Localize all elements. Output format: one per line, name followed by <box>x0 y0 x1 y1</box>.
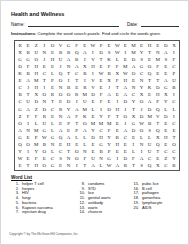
grid-cell: Q <box>16 141 24 148</box>
grid-cell: E <box>24 42 32 49</box>
grid-cell: W <box>138 120 146 127</box>
grid-cell: R <box>16 42 24 49</box>
grid-cell: O <box>57 91 65 98</box>
grid-cell: E <box>146 91 154 98</box>
grid-cell: T <box>113 84 121 91</box>
grid-cell: T <box>170 134 178 141</box>
grid-cell: C <box>57 148 65 155</box>
grid-cell: E <box>57 162 65 169</box>
grid-cell: F <box>24 63 32 70</box>
grid-cell: H <box>146 42 154 49</box>
date-blank-line <box>141 22 179 27</box>
grid-cell: H <box>162 134 170 141</box>
grid-cell: H <box>97 134 105 141</box>
grid-cell: C <box>48 155 56 162</box>
grid-cell: O <box>138 98 146 105</box>
grid-cell: I <box>24 148 32 155</box>
grid-cell: O <box>32 56 40 63</box>
grid-cell: E <box>73 84 81 91</box>
grid-cell: C <box>170 148 178 155</box>
grid-cell: E <box>162 141 170 148</box>
grid-cell: M <box>32 77 40 84</box>
grid-cell: C <box>146 155 154 162</box>
instructions-text: Complete the word search puzzle. Find an… <box>38 31 161 36</box>
grid-cell: S <box>105 49 113 56</box>
grid-cell: T <box>81 162 89 169</box>
grid-cell: S <box>57 155 65 162</box>
grid-cell: E <box>89 113 97 120</box>
grid-cell: A <box>121 127 129 134</box>
grid-cell: O <box>146 63 154 70</box>
grid-cell: L <box>81 141 89 148</box>
grid-cell: W <box>89 42 97 49</box>
grid-cell: C <box>121 134 129 141</box>
grid-cell: Y <box>162 98 170 105</box>
grid-cell: T <box>24 162 32 169</box>
grid-cell: W <box>113 49 121 56</box>
word-list-title: Word List <box>11 175 32 180</box>
grid-cell: C <box>129 91 137 98</box>
grid-cell: H <box>154 91 162 98</box>
grid-cell: A <box>105 91 113 98</box>
grid-cell: G <box>65 42 73 49</box>
grid-cell: W <box>16 155 24 162</box>
grid-cell: B <box>57 49 65 56</box>
grid-cell: P <box>65 120 73 127</box>
grid-cell: E <box>57 98 65 105</box>
grid-cell: Z <box>32 105 40 112</box>
grid-cell: F <box>24 113 32 120</box>
grid-cell: O <box>48 42 56 49</box>
grid-cell: E <box>138 42 146 49</box>
name-label: Name: <box>11 22 25 27</box>
grid-cell: E <box>121 148 129 155</box>
grid-cell: O <box>65 91 73 98</box>
grid-cell: J <box>24 84 32 91</box>
grid-cell: B <box>73 56 81 63</box>
grid-cell: F <box>105 113 113 120</box>
grid-cell: T <box>48 98 56 105</box>
grid-cell: E <box>121 141 129 148</box>
grid-cell: E <box>48 84 56 91</box>
grid-cell: E <box>154 155 162 162</box>
grid-cell: T <box>40 77 48 84</box>
grid-cell: E <box>170 127 178 134</box>
grid-cell: Y <box>170 155 178 162</box>
grid-cell: K <box>81 113 89 120</box>
grid-cell: N <box>129 84 137 91</box>
grid-cell: M <box>81 105 89 112</box>
grid-cell: X <box>113 70 121 77</box>
worksheet-page: Health and Wellness Name: Date: Instruct… <box>0 0 189 245</box>
grid-cell: C <box>16 84 24 91</box>
grid-cell: G <box>16 134 24 141</box>
word-list-item: 20.AIDS <box>131 206 183 211</box>
grid-cell: I <box>81 77 89 84</box>
grid-cell: C <box>97 127 105 134</box>
grid-cell: F <box>105 127 113 134</box>
grid-cell: Q <box>154 105 162 112</box>
grid-cell: Q <box>154 127 162 134</box>
grid-cell: L <box>162 105 170 112</box>
grid-cell: U <box>89 155 97 162</box>
grid-cell: Z <box>16 113 24 120</box>
grid-cell: R <box>81 84 89 91</box>
grid-cell: L <box>89 105 97 112</box>
grid-cell: P <box>154 98 162 105</box>
grid-cell: N <box>48 141 56 148</box>
grid-cell: K <box>105 56 113 63</box>
word-text: chancre <box>88 210 102 215</box>
grid-cell: I <box>24 120 32 127</box>
grid-cell: M <box>154 56 162 63</box>
grid-cell: E <box>24 155 32 162</box>
grid-cell: L <box>32 120 40 127</box>
grid-cell: Z <box>162 155 170 162</box>
grid-cell: E <box>97 84 105 91</box>
word-list-column: 8.condoms9.STD10.lice11.genital warts12.… <box>77 182 131 215</box>
grid-cell: I <box>89 70 97 77</box>
grid-cell: R <box>121 162 129 169</box>
grid-cell: A <box>81 49 89 56</box>
grid-cell: L <box>81 134 89 141</box>
word-list-item: 7.injection drug <box>11 210 77 215</box>
grid-cell: V <box>89 84 97 91</box>
grid-cell: E <box>97 77 105 84</box>
grid-cell: E <box>129 77 137 84</box>
grid-cell: U <box>24 98 32 105</box>
grid-cell: E <box>162 120 170 127</box>
grid-cell: I <box>65 77 73 84</box>
grid-cell: X <box>129 113 137 120</box>
grid-cell: W <box>40 134 48 141</box>
grid-cell: X <box>16 49 24 56</box>
grid-cell: M <box>32 141 40 148</box>
grid-cell: A <box>113 162 121 169</box>
grid-cell: E <box>81 42 89 49</box>
grid-cell: Y <box>97 113 105 120</box>
grid-cell: G <box>16 105 24 112</box>
grid-cell: F <box>73 113 81 120</box>
grid-cell: I <box>170 91 178 98</box>
grid-cell: D <box>105 105 113 112</box>
grid-cell: O <box>81 120 89 127</box>
grid-cell: B <box>40 141 48 148</box>
grid-cell: X <box>32 91 40 98</box>
grid-cell: T <box>146 77 154 84</box>
word-list-column: 15.pubic lice16.B cell17.pathogen18.gono… <box>131 182 183 215</box>
grid-cell: S <box>138 56 146 63</box>
grid-cell: U <box>40 120 48 127</box>
grid-cell: E <box>57 141 65 148</box>
grid-cell: D <box>129 127 137 134</box>
grid-cell: Q <box>57 134 65 141</box>
grid-cell: O <box>24 141 32 148</box>
word-text: AIDS <box>142 206 151 211</box>
grid-cell: A <box>16 127 24 134</box>
grid-cell: D <box>40 105 48 112</box>
grid-cell: S <box>162 56 170 63</box>
grid-cell: W <box>121 70 129 77</box>
grid-cell: N <box>57 84 65 91</box>
grid-cell: L <box>48 120 56 127</box>
grid-cell: P <box>170 70 178 77</box>
word-search-grid: REZIOVGFEWPEWEMEHEDXXBUNEBBQAIDSWIMYTNAI… <box>14 40 180 171</box>
grid-cell: X <box>81 63 89 70</box>
grid-cell: L <box>48 127 56 134</box>
grid-cell: A <box>121 91 129 98</box>
grid-cell: O <box>57 77 65 84</box>
grid-cell: G <box>24 56 32 63</box>
grid-cell: H <box>32 63 40 70</box>
grid-cell: V <box>89 77 97 84</box>
grid-cell: T <box>73 77 81 84</box>
grid-cell: H <box>65 141 73 148</box>
grid-cell: B <box>170 162 178 169</box>
grid-cell: I <box>40 42 48 49</box>
grid-cell: N <box>24 127 32 134</box>
grid-cell: D <box>129 56 137 63</box>
grid-cell: I <box>113 98 121 105</box>
grid-cell: L <box>97 162 105 169</box>
grid-cell: N <box>65 63 73 70</box>
grid-cell: U <box>32 49 40 56</box>
grid-cell: P <box>97 42 105 49</box>
grid-cell: T <box>97 56 105 63</box>
grid-cell: E <box>154 70 162 77</box>
grid-cell: Y <box>138 84 146 91</box>
grid-cell: Y <box>89 127 97 134</box>
grid-cell: D <box>32 98 40 105</box>
grid-cell: A <box>162 49 170 56</box>
grid-cell: D <box>121 155 129 162</box>
grid-cell: F <box>170 56 178 63</box>
grid-cell: C <box>162 162 170 169</box>
grid-cell: Y <box>65 105 73 112</box>
grid-cell: P <box>48 77 56 84</box>
grid-cell: B <box>170 84 178 91</box>
grid-cell: H <box>113 141 121 148</box>
grid-cell: E <box>73 141 81 148</box>
grid-cell: P <box>73 127 81 134</box>
grid-cell: Y <box>138 49 146 56</box>
grid-cell: I <box>170 49 178 56</box>
grid-cell: K <box>146 84 154 91</box>
grid-cell: O <box>129 70 137 77</box>
grid-cell: H <box>32 162 40 169</box>
grid-cell: C <box>73 70 81 77</box>
grid-cell: F <box>154 63 162 70</box>
grid-cell: C <box>162 148 170 155</box>
grid-cell: T <box>65 70 73 77</box>
grid-cell: E <box>105 98 113 105</box>
word-number: 20. <box>131 206 139 211</box>
grid-cell: J <box>105 84 113 91</box>
grid-cell: I <box>170 113 178 120</box>
grid-cell: L <box>129 148 137 155</box>
grid-cell: H <box>32 84 40 91</box>
grid-cell: T <box>129 162 137 169</box>
grid-cell: H <box>48 56 56 63</box>
grid-cell: E <box>113 120 121 127</box>
grid-cell: Q <box>154 141 162 148</box>
grid-cell: D <box>16 63 24 70</box>
grid-cell: Q <box>73 49 81 56</box>
grid-cell: T <box>146 49 154 56</box>
grid-cell: F <box>97 98 105 105</box>
word-text: injection drug <box>22 210 46 215</box>
grid-cell: C <box>48 105 56 112</box>
grid-cell: X <box>162 91 170 98</box>
grid-cell: I <box>121 49 129 56</box>
grid-cell: Z <box>32 42 40 49</box>
grid-cell: P <box>32 134 40 141</box>
grid-cell: G <box>97 141 105 148</box>
grid-cell: I <box>113 155 121 162</box>
grid-cell: N <box>97 155 105 162</box>
grid-cell: C <box>138 70 146 77</box>
grid-cell: F <box>32 155 40 162</box>
word-number: 14. <box>77 210 85 215</box>
grid-cell: N <box>65 162 73 169</box>
grid-cell: D <box>162 42 170 49</box>
grid-cell: M <box>129 49 137 56</box>
grid-cell: L <box>138 134 146 141</box>
grid-cell: M <box>89 120 97 127</box>
grid-cell: O <box>73 148 81 155</box>
grid-cell: B <box>97 148 105 155</box>
grid-cell: U <box>146 141 154 148</box>
grid-cell: X <box>154 134 162 141</box>
grid-cell: F <box>97 91 105 98</box>
grid-cell: A <box>65 56 73 63</box>
grid-cell: A <box>24 105 32 112</box>
grid-cell: Y <box>105 141 113 148</box>
grid-cell: O <box>40 162 48 169</box>
copyright-text: Copyright © by The McGraw-Hill Companies… <box>9 232 79 236</box>
grid-cell: B <box>65 84 73 91</box>
name-date-row: Name: Date: <box>11 22 179 27</box>
grid-cell: W <box>97 70 105 77</box>
grid-cell: N <box>138 141 146 148</box>
grid-cell: E <box>162 70 170 77</box>
grid-cell: G <box>16 56 24 63</box>
grid-cell: H <box>113 105 121 112</box>
grid-cell: I <box>89 49 97 56</box>
grid-cell: T <box>154 77 162 84</box>
grid-cell: E <box>48 113 56 120</box>
grid-cell: U <box>57 56 65 63</box>
grid-cell: J <box>138 105 146 112</box>
grid-cell: A <box>162 77 170 84</box>
grid-cell: E <box>16 77 24 84</box>
grid-cell: H <box>89 63 97 70</box>
grid-cell: J <box>121 120 129 127</box>
grid-cell: D <box>146 105 154 112</box>
grid-cell: C <box>170 63 178 70</box>
grid-cell: B <box>24 70 32 77</box>
grid-cell: Q <box>57 70 65 77</box>
grid-cell: M <box>129 42 137 49</box>
grid-cell: U <box>146 148 154 155</box>
grid-cell: B <box>24 49 32 56</box>
grid-cell: J <box>40 56 48 63</box>
grid-cell: X <box>170 42 178 49</box>
grid-cell: T <box>154 120 162 127</box>
grid-cell: A <box>89 162 97 169</box>
grid-cell: D <box>89 91 97 98</box>
grid-cell: G <box>105 155 113 162</box>
grid-cell: J <box>57 63 65 70</box>
grid-cell: G <box>48 162 56 169</box>
grid-cell: I <box>129 141 137 148</box>
grid-cell: M <box>146 113 154 120</box>
grid-cell: G <box>40 127 48 134</box>
grid-cell: N <box>81 148 89 155</box>
grid-cell: B <box>16 91 24 98</box>
grid-cell: A <box>81 127 89 134</box>
grid-cell: Y <box>16 148 24 155</box>
grid-cell: R <box>48 91 56 98</box>
grid-cell: C <box>16 98 24 105</box>
grid-cell: N <box>40 49 48 56</box>
grid-cell: E <box>162 127 170 134</box>
grid-cell: X <box>138 91 146 98</box>
grid-cell: F <box>73 42 81 49</box>
grid-cell: C <box>40 70 48 77</box>
grid-cell: E <box>154 42 162 49</box>
grid-cell: A <box>65 113 73 120</box>
grid-cell: T <box>24 91 32 98</box>
grid-cell: E <box>57 120 65 127</box>
grid-cell: F <box>81 155 89 162</box>
grid-cell: X <box>105 77 113 84</box>
grid-cell: I <box>138 148 146 155</box>
grid-cell: K <box>16 70 24 77</box>
name-blank-line <box>28 22 119 27</box>
grid-cell: E <box>89 141 97 148</box>
grid-cell: N <box>154 49 162 56</box>
grid-cell: D <box>154 84 162 91</box>
grid-cell: A <box>129 63 137 70</box>
grid-cell: E <box>113 91 121 98</box>
grid-cell: E <box>105 42 113 49</box>
grid-cell: G <box>162 84 170 91</box>
grid-cell: E <box>129 134 137 141</box>
grid-cell: B <box>81 70 89 77</box>
grid-cell: W <box>113 42 121 49</box>
grid-cell: I <box>40 84 48 91</box>
grid-cell: I <box>73 162 81 169</box>
grid-cell: E <box>40 155 48 162</box>
grid-cell: D <box>65 98 73 105</box>
grid-cell: O <box>73 155 81 162</box>
grid-cell: H <box>32 70 40 77</box>
grid-cell: E <box>65 127 73 134</box>
grid-cell: I <box>81 56 89 63</box>
grid-cell: E <box>40 63 48 70</box>
grid-cell: B <box>65 49 73 56</box>
grid-cell: D <box>121 98 129 105</box>
grid-cell: E <box>48 63 56 70</box>
grid-cell: E <box>89 148 97 155</box>
grid-cell: A <box>24 77 32 84</box>
grid-cell: M <box>32 127 40 134</box>
grid-cell: T <box>65 148 73 155</box>
grid-cell: L <box>48 148 56 155</box>
grid-cell: D <box>97 49 105 56</box>
grid-cell: A <box>57 127 65 134</box>
